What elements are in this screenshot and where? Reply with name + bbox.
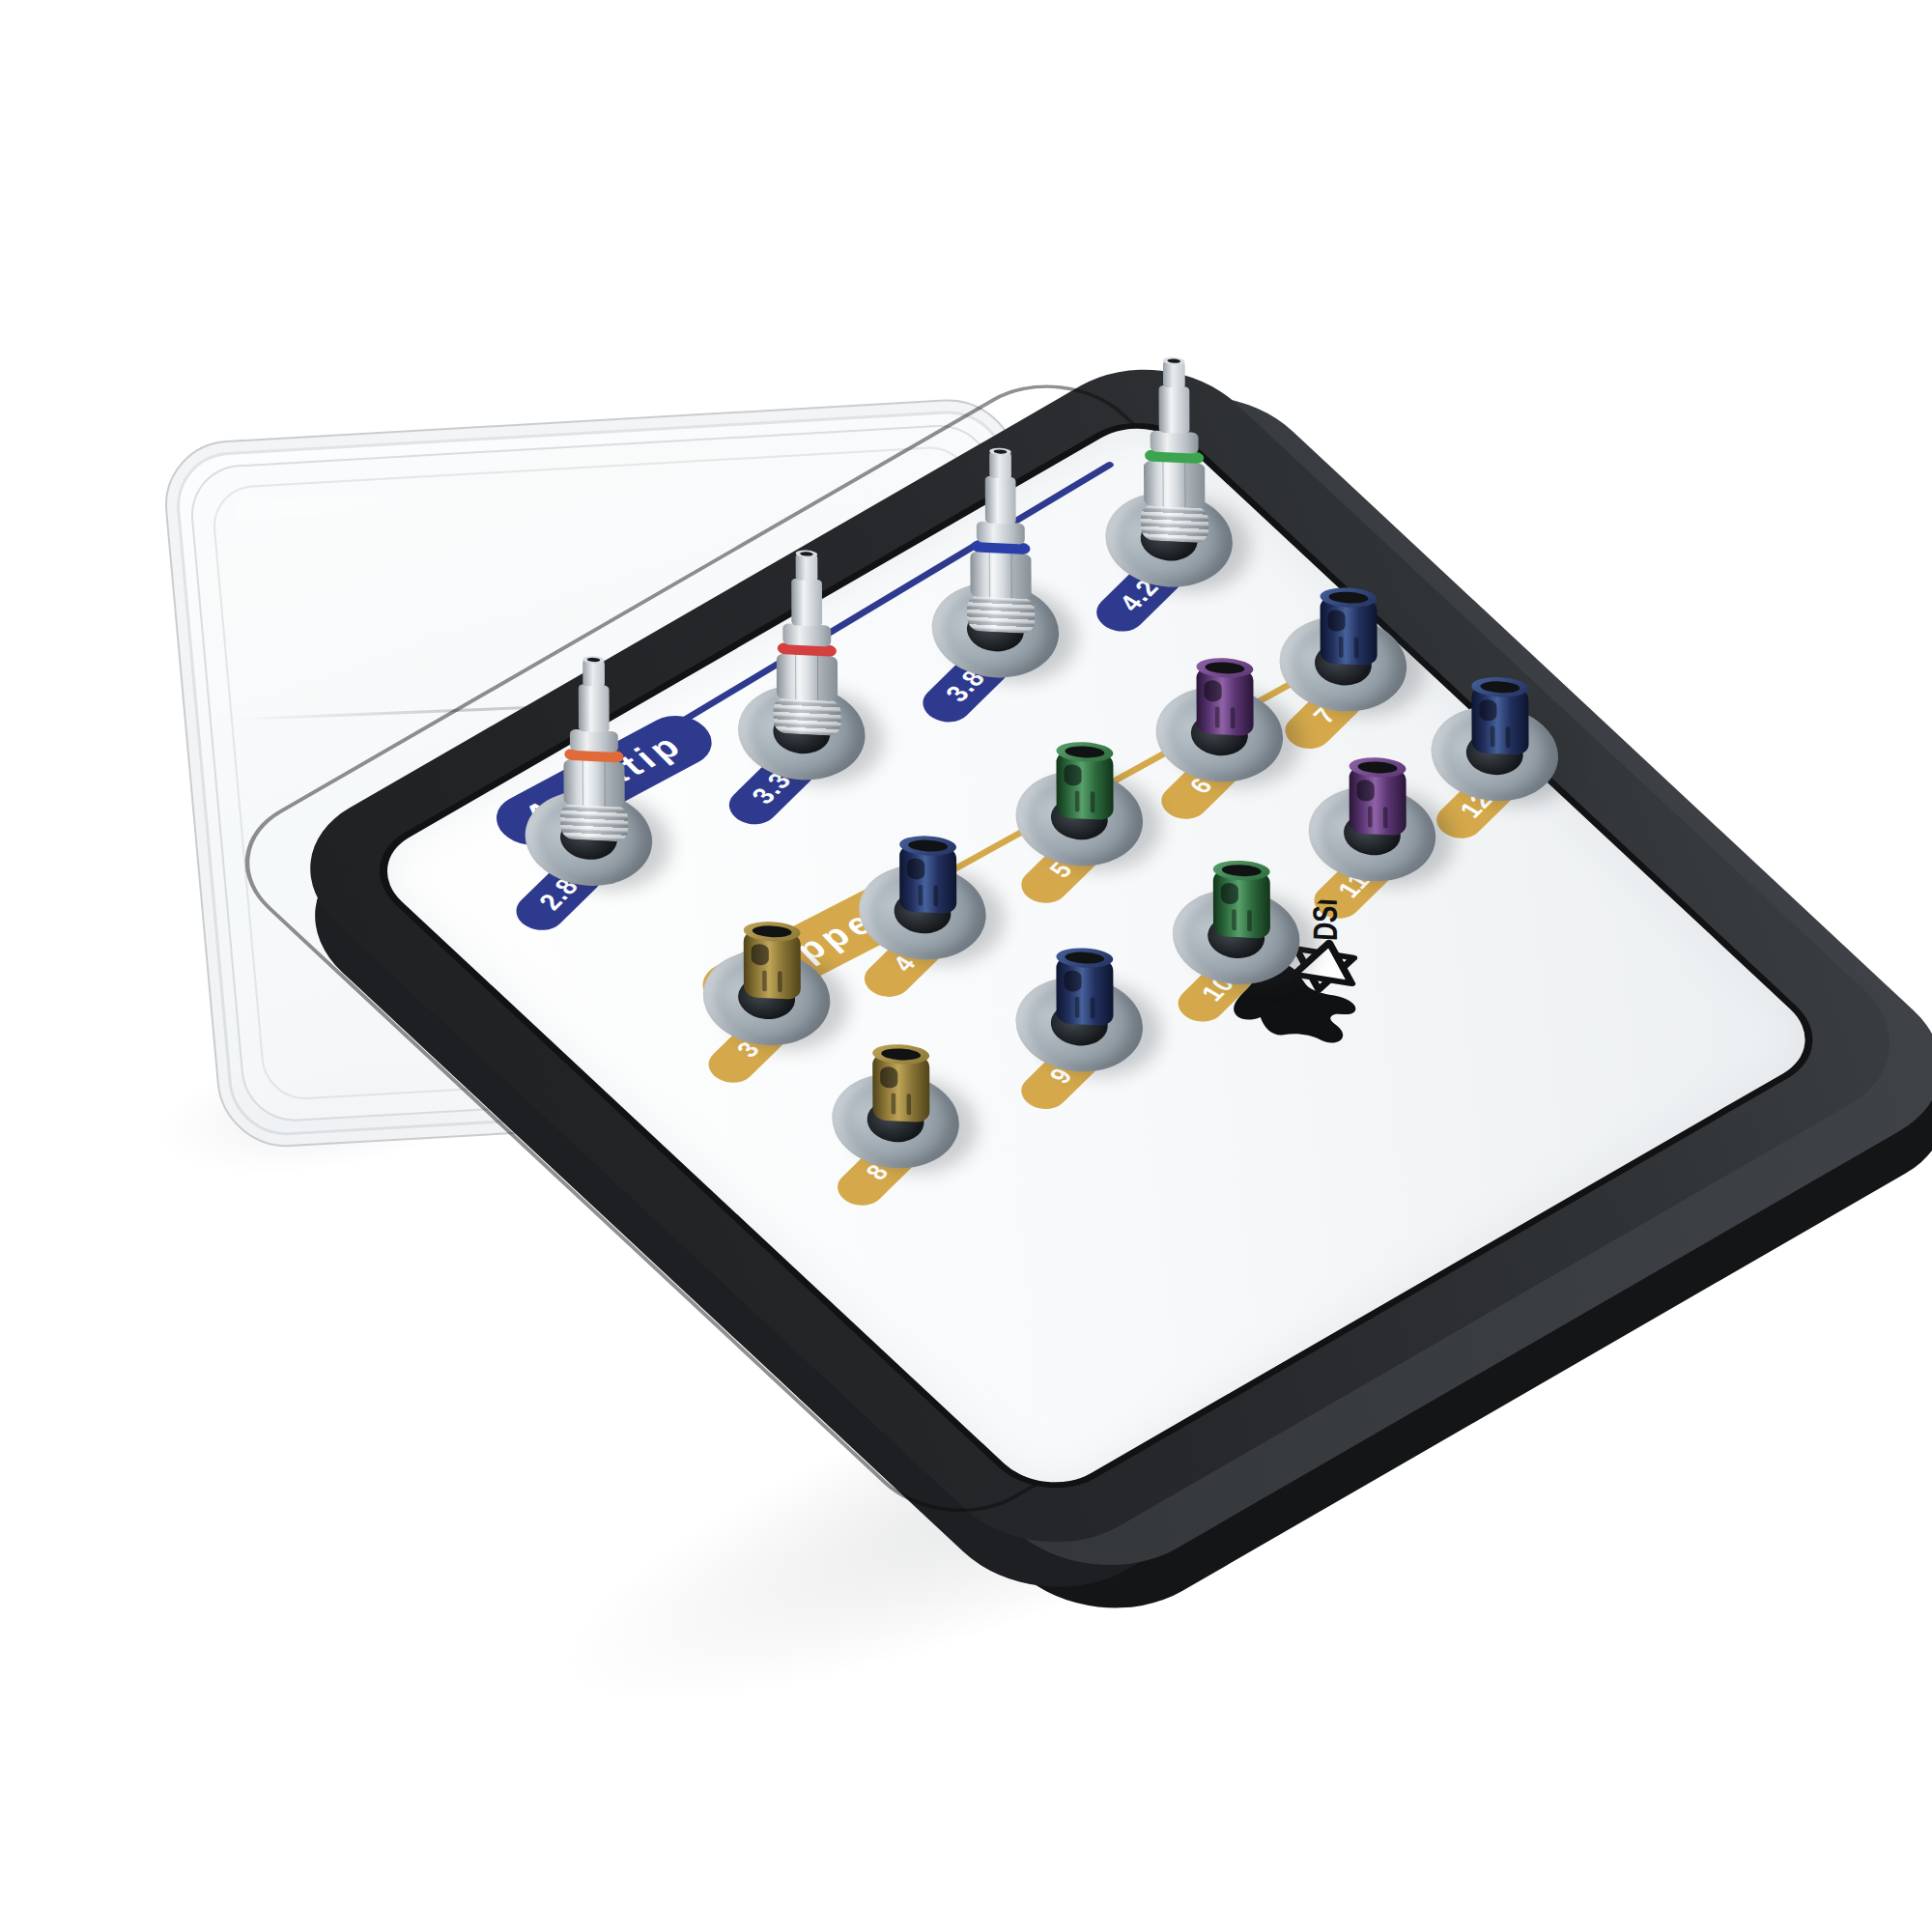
product-photo-dsi-kit: { "brand": { "logo_text": "DSI" }, "kit"… xyxy=(0,0,1932,1932)
